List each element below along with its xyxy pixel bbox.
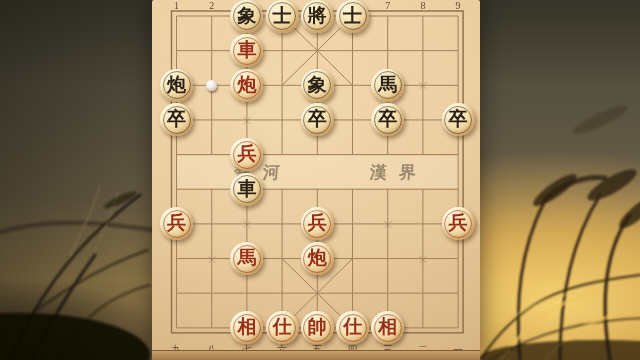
xiangqi-board[interactable]: 楚河 漢界 123456789 九八七六五四三二一 象士將士車炮炮象馬卒卒卒卒兵… (152, 0, 480, 360)
piece-glyph: 兵 (308, 206, 327, 239)
piece-glyph: 將 (308, 0, 327, 32)
piece-glyph: 卒 (378, 102, 397, 135)
piece-glyph: 卒 (308, 102, 327, 135)
file-label-top: 2 (202, 0, 222, 12)
piece-black-horse[interactable]: 馬 (371, 69, 404, 102)
piece-glyph: 馬 (237, 241, 256, 274)
piece-glyph: 炮 (308, 241, 327, 274)
piece-glyph: 士 (273, 0, 292, 32)
piece-glyph: 車 (237, 33, 256, 66)
piece-red-advisor[interactable]: 仕 (266, 311, 299, 344)
piece-glyph: 兵 (449, 206, 468, 239)
piece-glyph: 相 (237, 310, 256, 343)
piece-glyph: 相 (378, 310, 397, 343)
river-label-right: 漢界 (357, 161, 429, 184)
piece-glyph: 兵 (167, 206, 186, 239)
piece-red-soldier[interactable]: 兵 (301, 207, 334, 240)
board-grid (152, 0, 480, 360)
piece-glyph: 兵 (237, 137, 256, 170)
piece-red-soldier[interactable]: 兵 (442, 207, 475, 240)
piece-black-advisor[interactable]: 士 (336, 0, 369, 33)
piece-red-cannon[interactable]: 炮 (301, 242, 334, 275)
piece-glyph: 馬 (378, 68, 397, 101)
piece-red-cannon[interactable]: 炮 (230, 69, 263, 102)
piece-black-cannon[interactable]: 炮 (160, 69, 193, 102)
piece-glyph: 炮 (167, 68, 186, 101)
piece-black-advisor[interactable]: 士 (266, 0, 299, 33)
file-label-top: 1 (167, 0, 187, 12)
piece-glyph: 仕 (273, 310, 292, 343)
piece-glyph: 車 (237, 172, 256, 205)
piece-glyph: 象 (308, 68, 327, 101)
file-label-top: 9 (448, 0, 468, 12)
file-label-top: 8 (413, 0, 433, 12)
piece-black-general[interactable]: 將 (301, 0, 334, 33)
piece-black-soldier[interactable]: 卒 (442, 103, 475, 136)
piece-red-general[interactable]: 帥 (301, 311, 334, 344)
piece-glyph: 象 (237, 0, 256, 32)
screen: 楚河 漢界 123456789 九八七六五四三二一 象士將士車炮炮象馬卒卒卒卒兵… (0, 0, 640, 360)
board-bottom-edge (152, 350, 480, 360)
piece-black-elephant[interactable]: 象 (230, 0, 263, 33)
piece-glyph: 卒 (449, 102, 468, 135)
last-move-marker (206, 80, 217, 91)
piece-glyph: 卒 (167, 102, 186, 135)
file-label-top: 7 (378, 0, 398, 12)
piece-black-elephant[interactable]: 象 (301, 69, 334, 102)
piece-glyph: 仕 (343, 310, 362, 343)
piece-glyph: 炮 (237, 68, 256, 101)
piece-glyph: 士 (343, 0, 362, 32)
piece-glyph: 帥 (308, 310, 327, 343)
piece-black-chariot[interactable]: 車 (230, 173, 263, 206)
